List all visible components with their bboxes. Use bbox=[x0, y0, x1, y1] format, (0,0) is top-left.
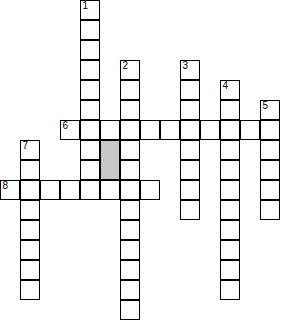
cell-r5c11[interactable] bbox=[220, 100, 240, 120]
cell-r14c1[interactable] bbox=[20, 280, 40, 300]
cell-r12c1[interactable] bbox=[20, 240, 40, 260]
cell-r7c13[interactable] bbox=[260, 140, 280, 160]
cell-r3c9[interactable]: 3 bbox=[180, 60, 200, 80]
cell-r7c4[interactable] bbox=[80, 140, 100, 160]
shaded-block bbox=[100, 140, 120, 180]
cell-r6c5[interactable] bbox=[100, 120, 120, 140]
cell-r9c11[interactable] bbox=[220, 180, 240, 200]
cell-r6c7[interactable] bbox=[140, 120, 160, 140]
cell-r9c13[interactable] bbox=[260, 180, 280, 200]
cell-r9c6[interactable] bbox=[120, 180, 140, 200]
cell-r6c3[interactable]: 6 bbox=[60, 120, 80, 140]
cell-r10c6[interactable] bbox=[120, 200, 140, 220]
clue-number-3: 3 bbox=[183, 61, 189, 70]
cell-r8c9[interactable] bbox=[180, 160, 200, 180]
cell-r7c1[interactable]: 7 bbox=[20, 140, 40, 160]
cell-r11c6[interactable] bbox=[120, 220, 140, 240]
cell-r8c4[interactable] bbox=[80, 160, 100, 180]
cell-r5c4[interactable] bbox=[80, 100, 100, 120]
cell-r15c6[interactable] bbox=[120, 300, 140, 320]
cell-r9c3[interactable] bbox=[60, 180, 80, 200]
clue-number-8: 8 bbox=[3, 181, 9, 190]
cell-r7c11[interactable] bbox=[220, 140, 240, 160]
cell-r6c12[interactable] bbox=[240, 120, 260, 140]
cell-r6c4[interactable] bbox=[80, 120, 100, 140]
cell-r1c4[interactable] bbox=[80, 20, 100, 40]
cell-r5c9[interactable] bbox=[180, 100, 200, 120]
cell-r6c8[interactable] bbox=[160, 120, 180, 140]
cell-r5c6[interactable] bbox=[120, 100, 140, 120]
cell-r9c7[interactable] bbox=[140, 180, 160, 200]
clue-number-5: 5 bbox=[263, 101, 269, 110]
clue-number-1: 1 bbox=[83, 1, 89, 10]
cell-r8c6[interactable] bbox=[120, 160, 140, 180]
cell-r9c5[interactable] bbox=[100, 180, 120, 200]
cell-r4c11[interactable]: 4 bbox=[220, 80, 240, 100]
cell-r2c4[interactable] bbox=[80, 40, 100, 60]
cell-r4c6[interactable] bbox=[120, 80, 140, 100]
clue-number-2: 2 bbox=[123, 61, 129, 70]
cell-r11c11[interactable] bbox=[220, 220, 240, 240]
cell-r12c6[interactable] bbox=[120, 240, 140, 260]
cell-r4c4[interactable] bbox=[80, 80, 100, 100]
cell-r9c0[interactable]: 8 bbox=[0, 180, 20, 200]
cell-r11c1[interactable] bbox=[20, 220, 40, 240]
cell-r9c9[interactable] bbox=[180, 180, 200, 200]
cell-r8c11[interactable] bbox=[220, 160, 240, 180]
cell-r7c9[interactable] bbox=[180, 140, 200, 160]
cell-r10c9[interactable] bbox=[180, 200, 200, 220]
cell-r8c1[interactable] bbox=[20, 160, 40, 180]
cell-r3c6[interactable]: 2 bbox=[120, 60, 140, 80]
cell-r6c6[interactable] bbox=[120, 120, 140, 140]
clue-number-7: 7 bbox=[23, 141, 29, 150]
crossword-grid: 12345678 bbox=[0, 0, 281, 321]
cell-r4c9[interactable] bbox=[180, 80, 200, 100]
cell-r12c11[interactable] bbox=[220, 240, 240, 260]
cell-r6c9[interactable] bbox=[180, 120, 200, 140]
cell-r5c13[interactable]: 5 bbox=[260, 100, 280, 120]
cell-r6c11[interactable] bbox=[220, 120, 240, 140]
cell-r10c13[interactable] bbox=[260, 200, 280, 220]
cell-r14c6[interactable] bbox=[120, 280, 140, 300]
cell-r0c4[interactable]: 1 bbox=[80, 0, 100, 20]
cell-r3c4[interactable] bbox=[80, 60, 100, 80]
cell-r6c13[interactable] bbox=[260, 120, 280, 140]
cell-r9c4[interactable] bbox=[80, 180, 100, 200]
clue-number-4: 4 bbox=[223, 81, 229, 90]
cell-r13c6[interactable] bbox=[120, 260, 140, 280]
cell-r13c1[interactable] bbox=[20, 260, 40, 280]
cell-r6c10[interactable] bbox=[200, 120, 220, 140]
cell-r7c6[interactable] bbox=[120, 140, 140, 160]
cell-r13c11[interactable] bbox=[220, 260, 240, 280]
cell-r8c13[interactable] bbox=[260, 160, 280, 180]
clue-number-6: 6 bbox=[63, 121, 69, 130]
cell-r14c11[interactable] bbox=[220, 280, 240, 300]
cell-r10c1[interactable] bbox=[20, 200, 40, 220]
cell-r10c11[interactable] bbox=[220, 200, 240, 220]
cell-r9c1[interactable] bbox=[20, 180, 40, 200]
cell-r9c2[interactable] bbox=[40, 180, 60, 200]
